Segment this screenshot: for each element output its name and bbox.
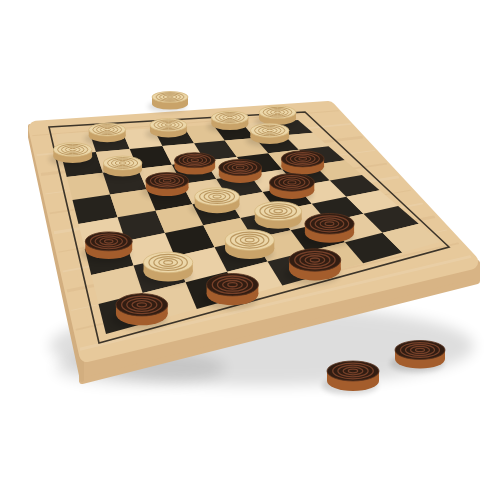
piece-top bbox=[225, 230, 274, 251]
piece-dark-c1[interactable] bbox=[202, 274, 259, 310]
piece-top bbox=[270, 174, 315, 191]
piece-dark-c5[interactable] bbox=[141, 173, 188, 200]
piece-light-b7[interactable] bbox=[99, 156, 142, 179]
piece-light-b8[interactable] bbox=[84, 123, 125, 144]
piece-top bbox=[53, 143, 92, 157]
piece-top bbox=[250, 124, 289, 138]
piece-dark-f4[interactable] bbox=[265, 174, 315, 203]
checkers-scene: checkers (draughts) bbox=[0, 0, 500, 500]
piece-top bbox=[255, 202, 302, 221]
piece-light-g7[interactable] bbox=[246, 124, 289, 147]
piece-dark-e5[interactable] bbox=[214, 159, 261, 186]
piece-light-d2[interactable] bbox=[220, 230, 274, 263]
piece-light-f8[interactable] bbox=[207, 111, 248, 132]
piece-top bbox=[89, 123, 126, 136]
piece-light-d8[interactable] bbox=[145, 119, 186, 140]
piece-top bbox=[146, 173, 189, 189]
piece-top bbox=[395, 341, 445, 360]
piece-dark-offboard-dark-right-1[interactable] bbox=[322, 361, 379, 395]
piece-top bbox=[281, 151, 324, 167]
piece-top bbox=[195, 188, 240, 205]
piece-light-offboard-light-top[interactable] bbox=[148, 92, 188, 112]
piece-top bbox=[85, 232, 132, 251]
piece-top bbox=[219, 159, 262, 175]
piece-dark-a1[interactable] bbox=[111, 294, 168, 330]
piece-light-a7[interactable] bbox=[49, 143, 92, 166]
piece-top bbox=[289, 249, 341, 271]
piece-dark-offboard-dark-right-2[interactable] bbox=[390, 341, 445, 373]
piece-top bbox=[174, 153, 215, 168]
piece-top bbox=[144, 252, 193, 273]
product-photo-stage: checkers (draughts) bbox=[0, 0, 500, 500]
piece-light-b2[interactable] bbox=[139, 252, 193, 285]
piece-dark-a3[interactable] bbox=[80, 232, 132, 263]
piece-dark-e1[interactable] bbox=[284, 249, 341, 285]
piece-top bbox=[116, 294, 168, 316]
piece-light-e3[interactable] bbox=[250, 202, 302, 233]
piece-top bbox=[327, 361, 379, 381]
piece-top bbox=[150, 119, 187, 132]
piece-top bbox=[305, 214, 354, 235]
piece-dark-f2[interactable] bbox=[300, 214, 354, 247]
piece-top bbox=[259, 106, 296, 119]
piece-light-d4[interactable] bbox=[190, 188, 240, 217]
piece-top bbox=[207, 274, 259, 296]
piece-top bbox=[211, 111, 248, 124]
piece-top bbox=[103, 156, 142, 170]
piece-dark-g5[interactable] bbox=[277, 151, 324, 178]
